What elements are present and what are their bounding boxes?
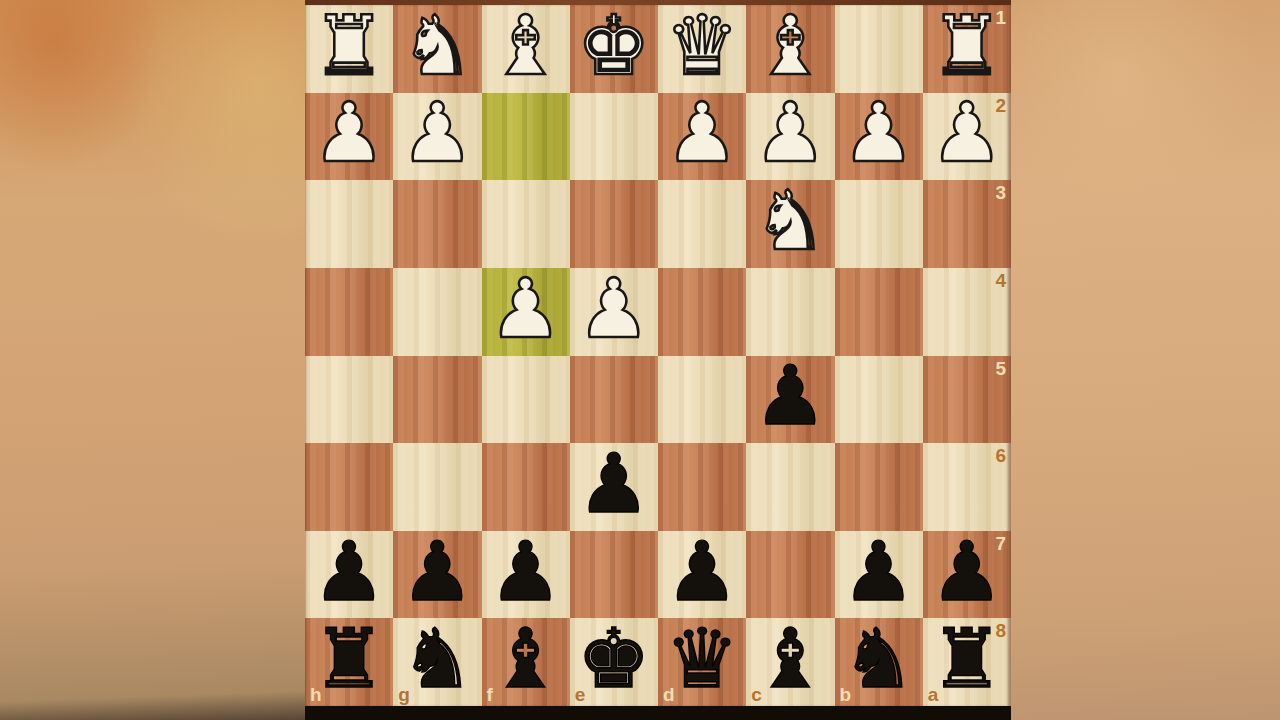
square-e1[interactable]: ♚ — [570, 5, 658, 93]
square-g3[interactable] — [393, 180, 481, 268]
black-pawn-piece[interactable]: ♟ — [842, 531, 916, 613]
square-g7[interactable]: ♟ — [393, 531, 481, 619]
square-b2[interactable]: ♟ — [835, 93, 923, 181]
rank-label-8: 8 — [995, 621, 1006, 640]
square-e7[interactable] — [570, 531, 658, 619]
rank-label-2: 2 — [995, 96, 1006, 115]
white-knight-piece[interactable]: ♞ — [754, 180, 828, 262]
square-e2[interactable] — [570, 93, 658, 181]
white-pawn-piece[interactable]: ♟ — [312, 92, 386, 174]
white-rook-piece[interactable]: ♜ — [930, 5, 1004, 87]
square-b5[interactable] — [835, 356, 923, 444]
background-blur-left — [0, 0, 305, 720]
square-b1[interactable] — [835, 5, 923, 93]
white-pawn-piece[interactable]: ♟ — [577, 268, 651, 350]
square-b7[interactable]: ♟ — [835, 531, 923, 619]
rank-label-7: 7 — [995, 534, 1006, 553]
square-h5[interactable] — [305, 356, 393, 444]
square-b4[interactable] — [835, 268, 923, 356]
square-f2[interactable] — [482, 93, 570, 181]
white-pawn-piece[interactable]: ♟ — [754, 92, 828, 174]
square-e6[interactable]: ♟ — [570, 443, 658, 531]
black-pawn-piece[interactable]: ♟ — [754, 355, 828, 437]
square-a6[interactable]: 6 — [923, 443, 1011, 531]
square-d8[interactable]: ♛d — [658, 618, 746, 706]
white-pawn-piece[interactable]: ♟ — [842, 92, 916, 174]
black-bishop-piece[interactable]: ♝ — [754, 618, 828, 700]
square-f4[interactable]: ♟ — [482, 268, 570, 356]
square-c2[interactable]: ♟ — [746, 93, 834, 181]
square-h2[interactable]: ♟ — [305, 93, 393, 181]
white-bishop-piece[interactable]: ♝ — [754, 5, 828, 87]
square-h8[interactable]: ♜h — [305, 618, 393, 706]
file-label-e: e — [575, 685, 586, 704]
background-blur-right — [1011, 0, 1280, 720]
file-label-c: c — [751, 685, 762, 704]
rank-label-6: 6 — [995, 446, 1006, 465]
black-queen-piece[interactable]: ♛ — [665, 618, 739, 700]
square-d6[interactable] — [658, 443, 746, 531]
square-d5[interactable] — [658, 356, 746, 444]
black-pawn-piece[interactable]: ♟ — [665, 531, 739, 613]
file-label-g: g — [398, 685, 410, 704]
square-f7[interactable]: ♟ — [482, 531, 570, 619]
square-f5[interactable] — [482, 356, 570, 444]
square-b6[interactable] — [835, 443, 923, 531]
square-g1[interactable]: ♞ — [393, 5, 481, 93]
board-grid: ♜♞♝♚♛♝♜1♟♟♟♟♟♟2♞3♟♟4♟5♟6♟♟♟♟♟♟7♜h♞g♝f♚e♛… — [305, 5, 1011, 706]
white-pawn-piece[interactable]: ♟ — [665, 92, 739, 174]
square-c7[interactable] — [746, 531, 834, 619]
black-pawn-piece[interactable]: ♟ — [312, 531, 386, 613]
square-a7[interactable]: ♟7 — [923, 531, 1011, 619]
rank-label-1: 1 — [995, 8, 1006, 27]
chess-board: ♜♞♝♚♛♝♜1♟♟♟♟♟♟2♞3♟♟4♟5♟6♟♟♟♟♟♟7♜h♞g♝f♚e♛… — [305, 0, 1011, 720]
square-c3[interactable]: ♞ — [746, 180, 834, 268]
white-pawn-piece[interactable]: ♟ — [401, 92, 475, 174]
white-pawn-piece[interactable]: ♟ — [489, 268, 563, 350]
file-label-b: b — [840, 685, 852, 704]
white-knight-piece[interactable]: ♞ — [401, 5, 475, 87]
square-c6[interactable] — [746, 443, 834, 531]
square-g6[interactable] — [393, 443, 481, 531]
black-pawn-piece[interactable]: ♟ — [577, 443, 651, 525]
black-king-piece[interactable]: ♚ — [577, 618, 651, 700]
square-h3[interactable] — [305, 180, 393, 268]
file-label-h: h — [310, 685, 322, 704]
black-pawn-piece[interactable]: ♟ — [489, 531, 563, 613]
black-knight-piece[interactable]: ♞ — [842, 618, 916, 700]
square-f6[interactable] — [482, 443, 570, 531]
square-b3[interactable] — [835, 180, 923, 268]
square-h7[interactable]: ♟ — [305, 531, 393, 619]
rank-label-3: 3 — [995, 183, 1006, 202]
square-d4[interactable] — [658, 268, 746, 356]
square-e3[interactable] — [570, 180, 658, 268]
black-rook-piece[interactable]: ♜ — [930, 618, 1004, 700]
file-label-d: d — [663, 685, 675, 704]
square-c1[interactable]: ♝ — [746, 5, 834, 93]
black-pawn-piece[interactable]: ♟ — [401, 531, 475, 613]
rank-label-4: 4 — [995, 271, 1006, 290]
square-e5[interactable] — [570, 356, 658, 444]
square-c4[interactable] — [746, 268, 834, 356]
black-pawn-piece[interactable]: ♟ — [930, 531, 1004, 613]
rank-label-5: 5 — [995, 359, 1006, 378]
square-f1[interactable]: ♝ — [482, 5, 570, 93]
white-king-piece[interactable]: ♚ — [577, 5, 651, 87]
black-bishop-piece[interactable]: ♝ — [489, 618, 563, 700]
white-bishop-piece[interactable]: ♝ — [489, 5, 563, 87]
square-a1[interactable]: ♜1 — [923, 5, 1011, 93]
square-a3[interactable]: 3 — [923, 180, 1011, 268]
square-f8[interactable]: ♝f — [482, 618, 570, 706]
square-a2[interactable]: ♟2 — [923, 93, 1011, 181]
square-e4[interactable]: ♟ — [570, 268, 658, 356]
square-c8[interactable]: ♝c — [746, 618, 834, 706]
square-d7[interactable]: ♟ — [658, 531, 746, 619]
square-a8[interactable]: ♜8a — [923, 618, 1011, 706]
square-g5[interactable] — [393, 356, 481, 444]
letterbox-bar — [305, 706, 1011, 720]
square-b8[interactable]: ♞b — [835, 618, 923, 706]
square-g2[interactable]: ♟ — [393, 93, 481, 181]
square-a5[interactable]: 5 — [923, 356, 1011, 444]
square-h1[interactable]: ♜ — [305, 5, 393, 93]
square-h6[interactable] — [305, 443, 393, 531]
square-c5[interactable]: ♟ — [746, 356, 834, 444]
square-g8[interactable]: ♞g — [393, 618, 481, 706]
square-f3[interactable] — [482, 180, 570, 268]
white-rook-piece[interactable]: ♜ — [312, 5, 386, 87]
square-a4[interactable]: 4 — [923, 268, 1011, 356]
square-d1[interactable]: ♛ — [658, 5, 746, 93]
black-knight-piece[interactable]: ♞ — [401, 618, 475, 700]
square-e8[interactable]: ♚e — [570, 618, 658, 706]
white-queen-piece[interactable]: ♛ — [665, 5, 739, 87]
file-label-f: f — [487, 685, 493, 704]
square-g4[interactable] — [393, 268, 481, 356]
white-pawn-piece[interactable]: ♟ — [930, 92, 1004, 174]
square-d2[interactable]: ♟ — [658, 93, 746, 181]
black-rook-piece[interactable]: ♜ — [312, 618, 386, 700]
square-d3[interactable] — [658, 180, 746, 268]
square-h4[interactable] — [305, 268, 393, 356]
file-label-a: a — [928, 685, 939, 704]
